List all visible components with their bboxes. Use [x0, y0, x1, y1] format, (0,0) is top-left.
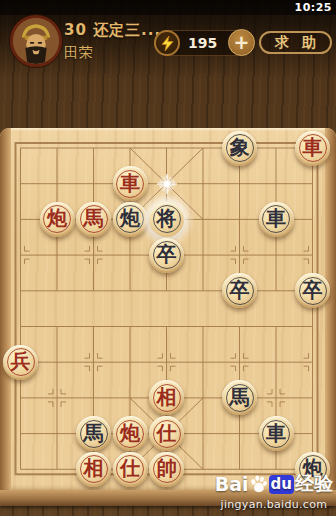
piece-black-pawn[interactable]: 卒 — [149, 238, 184, 273]
piece-red-advisor[interactable]: 仕 — [113, 452, 148, 487]
clock-time: 10:25 — [294, 1, 332, 14]
watermark-bai: Bai — [215, 473, 249, 495]
piece-glyph: 卒 — [230, 280, 250, 300]
piece-black-horse[interactable]: 馬 — [222, 380, 257, 415]
piece-black-chariot[interactable]: 車 — [259, 416, 294, 451]
piece-glyph: 卒 — [157, 244, 177, 264]
piece-red-chariot[interactable]: 車 — [113, 166, 148, 201]
piece-glyph: 相 — [84, 458, 104, 478]
pieces-layer: 象車車炮馬炮将車卒卒卒兵相馬馬炮仕車相仕帥炮 — [0, 128, 336, 490]
watermark-url: jingyan.baidu.com — [215, 498, 333, 511]
piece-glyph: 車 — [120, 173, 140, 193]
piece-red-elephant[interactable]: 相 — [149, 380, 184, 415]
piece-red-chariot[interactable]: 車 — [295, 131, 330, 166]
piece-black-pawn[interactable]: 卒 — [295, 273, 330, 308]
xiangqi-board[interactable]: 象車車炮馬炮将車卒卒卒兵相馬馬炮仕車相仕帥炮 — [0, 128, 336, 506]
piece-glyph: 炮 — [47, 208, 67, 228]
piece-red-cannon[interactable]: 炮 — [113, 416, 148, 451]
baidu-paw-icon — [250, 475, 267, 493]
piece-black-chariot[interactable]: 車 — [259, 202, 294, 237]
player-name: 田荣 — [64, 44, 94, 62]
piece-glyph: 将 — [157, 208, 177, 228]
piece-glyph: 馬 — [230, 387, 250, 407]
help-button[interactable]: 求 助 — [259, 31, 332, 54]
piece-red-advisor[interactable]: 仕 — [149, 416, 184, 451]
xiangqi-app: 10:25 30 还定三... 田荣 195 + 求 助 象車車炮馬炮将車卒卒卒… — [0, 0, 336, 516]
level-title: 30 还定三... — [64, 21, 161, 40]
sparkle-marker — [156, 173, 178, 195]
piece-black-pawn[interactable]: 卒 — [222, 273, 257, 308]
piece-glyph: 帥 — [157, 458, 177, 478]
watermark-du-badge: du — [269, 475, 294, 494]
piece-glyph: 象 — [230, 137, 250, 157]
piece-black-horse[interactable]: 馬 — [76, 416, 111, 451]
piece-black-king[interactable]: 将 — [149, 202, 184, 237]
lightning-icon — [154, 30, 180, 56]
player-avatar[interactable] — [10, 15, 62, 67]
baidu-jingyan-logo: Bai du 经验 — [215, 471, 333, 497]
piece-red-elephant[interactable]: 相 — [76, 452, 111, 487]
piece-glyph: 車 — [266, 423, 286, 443]
piece-red-cannon[interactable]: 炮 — [40, 202, 75, 237]
piece-glyph: 卒 — [303, 280, 323, 300]
watermark: Bai du 经验 jingyan.baidu.com — [215, 471, 333, 511]
add-energy-button[interactable]: + — [228, 29, 255, 56]
status-bar — [0, 0, 336, 15]
general-portrait-icon — [13, 18, 59, 64]
piece-glyph: 仕 — [157, 423, 177, 443]
piece-glyph: 車 — [266, 208, 286, 228]
piece-red-pawn[interactable]: 兵 — [3, 345, 38, 380]
watermark-jingyan: 经验 — [295, 471, 333, 497]
piece-glyph: 兵 — [11, 351, 31, 371]
piece-glyph: 馬 — [84, 208, 104, 228]
piece-glyph: 炮 — [120, 208, 140, 228]
piece-black-cannon[interactable]: 炮 — [113, 202, 148, 237]
piece-red-king[interactable]: 帥 — [149, 452, 184, 487]
piece-glyph: 仕 — [120, 458, 140, 478]
energy-value: 195 — [188, 31, 217, 55]
piece-red-horse[interactable]: 馬 — [76, 202, 111, 237]
piece-black-elephant[interactable]: 象 — [222, 131, 257, 166]
piece-glyph: 炮 — [120, 423, 140, 443]
piece-glyph: 車 — [303, 137, 323, 157]
piece-glyph: 馬 — [84, 423, 104, 443]
piece-glyph: 相 — [157, 387, 177, 407]
